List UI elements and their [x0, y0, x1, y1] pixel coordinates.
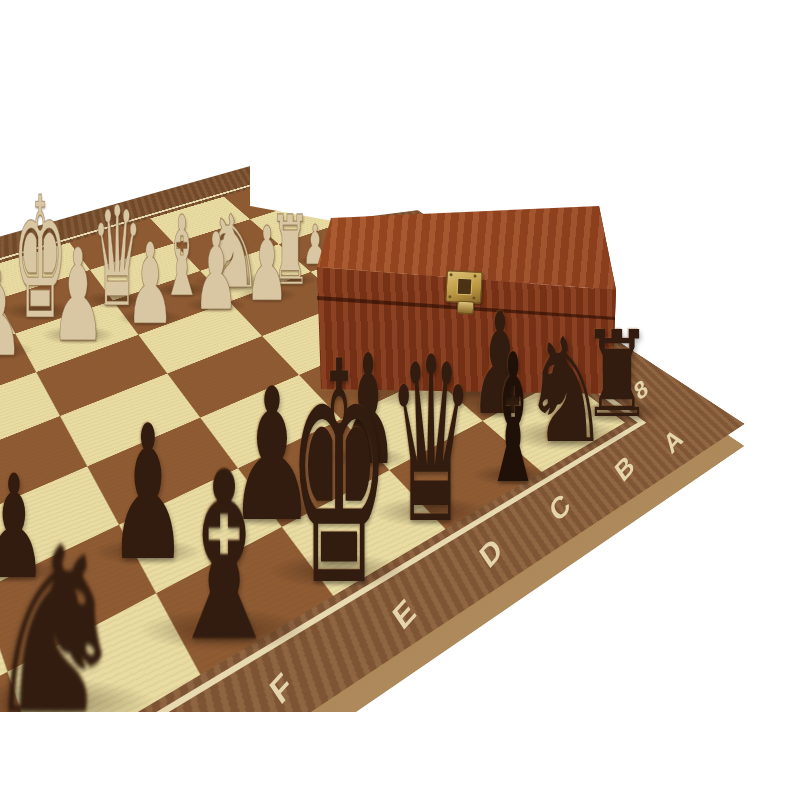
- file-label-c: C: [545, 489, 574, 527]
- piece-white-P-h2[interactable]: ♟: [0, 253, 24, 374]
- file-label-b: B: [611, 451, 638, 487]
- piece-white-P-e2[interactable]: ♟: [193, 219, 238, 326]
- piece-black-Q-c7[interactable]: ♛: [388, 327, 474, 555]
- piece-black-B-b7[interactable]: ♝: [483, 331, 542, 509]
- file-label-a: A: [660, 424, 686, 458]
- piece-white-P-g2[interactable]: ♟: [51, 232, 105, 360]
- piece-white-P-d2[interactable]: ♟: [245, 213, 288, 316]
- piece-black-B-e7[interactable]: ♝: [162, 441, 285, 674]
- piece-white-P-f2[interactable]: ♟: [126, 228, 174, 340]
- piece-black-K-d7[interactable]: ♚: [288, 322, 390, 628]
- pieces-layer: A B C D E F 8 ♟♚♟♛♟♝♟♞♟♜♟♟♞♟♝♟♚♟♛♟♝♞♜: [0, 0, 800, 800]
- file-label-d: D: [475, 532, 506, 573]
- file-label-e: E: [388, 593, 420, 635]
- photo-bottom-edge: [0, 712, 800, 800]
- product-photo: A B C D E F 8 ♟♚♟♛♟♝♟♞♟♜♟♟♞♟♝♟♚♟♛♟♝♞♜: [0, 0, 800, 800]
